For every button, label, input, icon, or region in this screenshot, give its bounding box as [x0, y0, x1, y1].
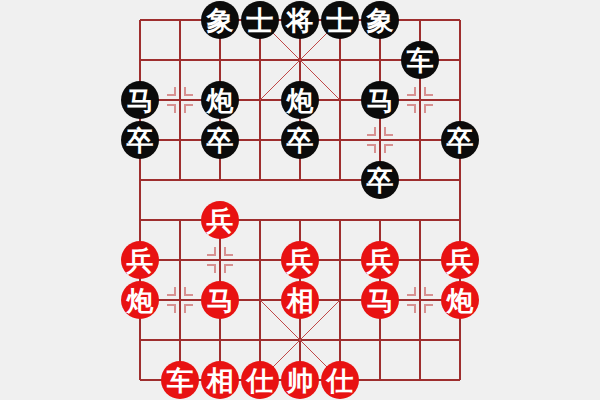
black-advisor[interactable]: 士: [321, 1, 359, 39]
red-chariot[interactable]: 车: [161, 361, 199, 399]
red-soldier[interactable]: 兵: [281, 241, 319, 279]
red-cannon[interactable]: 炮: [121, 281, 159, 319]
red-soldier[interactable]: 兵: [441, 241, 479, 279]
black-soldier[interactable]: 卒: [361, 161, 399, 199]
xiangqi-board[interactable]: 象士将士象车马炮炮马卒卒卒卒卒兵兵兵兵兵炮马相马炮车相仕帅仕: [0, 0, 600, 400]
black-soldier[interactable]: 卒: [281, 121, 319, 159]
black-soldier[interactable]: 卒: [201, 121, 239, 159]
red-horse[interactable]: 马: [361, 281, 399, 319]
black-cannon[interactable]: 炮: [281, 81, 319, 119]
black-soldier[interactable]: 卒: [441, 121, 479, 159]
board-grid-lines: [0, 0, 600, 400]
red-horse[interactable]: 马: [201, 281, 239, 319]
black-elephant[interactable]: 象: [201, 1, 239, 39]
red-soldier[interactable]: 兵: [201, 201, 239, 239]
black-horse[interactable]: 马: [361, 81, 399, 119]
red-soldier[interactable]: 兵: [121, 241, 159, 279]
red-advisor[interactable]: 仕: [321, 361, 359, 399]
red-soldier[interactable]: 兵: [361, 241, 399, 279]
red-elephant[interactable]: 相: [201, 361, 239, 399]
black-elephant[interactable]: 象: [361, 1, 399, 39]
black-soldier[interactable]: 卒: [121, 121, 159, 159]
red-general[interactable]: 帅: [281, 361, 319, 399]
black-horse[interactable]: 马: [121, 81, 159, 119]
black-general[interactable]: 将: [281, 1, 319, 39]
black-cannon[interactable]: 炮: [201, 81, 239, 119]
red-advisor[interactable]: 仕: [241, 361, 279, 399]
red-cannon[interactable]: 炮: [441, 281, 479, 319]
red-elephant[interactable]: 相: [281, 281, 319, 319]
black-advisor[interactable]: 士: [241, 1, 279, 39]
black-chariot[interactable]: 车: [401, 41, 439, 79]
